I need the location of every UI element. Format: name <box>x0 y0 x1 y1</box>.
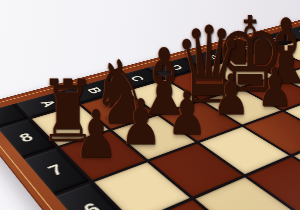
pawn-e7[interactable]: ♟ <box>257 61 293 115</box>
pawn-c7[interactable]: ♟ <box>167 83 207 143</box>
pawn-b7[interactable]: ♟ <box>120 91 162 154</box>
pawn-a7[interactable]: ♟ <box>74 102 118 168</box>
chessboard-photo-stage: ABCDEFGH87654321 ♜♞♝♛♚♝♟♟♟♟♟ <box>0 0 300 210</box>
pawn-d7[interactable]: ♟ <box>212 67 249 123</box>
